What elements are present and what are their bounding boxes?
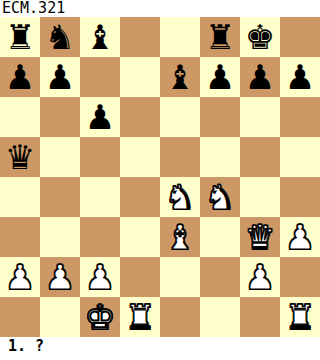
puzzle-id-label: ECM.321 [2, 0, 65, 16]
square-c5[interactable] [80, 137, 120, 177]
square-g7[interactable]: ♟ [240, 57, 280, 97]
square-a1[interactable] [0, 297, 40, 337]
square-d5[interactable] [120, 137, 160, 177]
square-b3[interactable] [40, 217, 80, 257]
square-h3[interactable]: ♟ [280, 217, 320, 257]
square-g1[interactable] [240, 297, 280, 337]
square-a4[interactable] [0, 177, 40, 217]
white-bishop-piece[interactable]: ♝ [165, 217, 195, 257]
square-h5[interactable] [280, 137, 320, 177]
square-h6[interactable] [280, 97, 320, 137]
white-pawn-piece[interactable]: ♟ [85, 257, 115, 297]
white-knight-piece[interactable]: ♞ [165, 177, 195, 217]
square-f2[interactable] [200, 257, 240, 297]
square-g2[interactable]: ♟ [240, 257, 280, 297]
square-d7[interactable] [120, 57, 160, 97]
square-h7[interactable]: ♟ [280, 57, 320, 97]
square-c2[interactable]: ♟ [80, 257, 120, 297]
square-a3[interactable] [0, 217, 40, 257]
black-pawn-piece[interactable]: ♟ [45, 57, 75, 97]
square-c7[interactable] [80, 57, 120, 97]
black-pawn-piece[interactable]: ♟ [285, 57, 315, 97]
square-e2[interactable] [160, 257, 200, 297]
white-pawn-piece[interactable]: ♟ [45, 257, 75, 297]
square-b1[interactable] [40, 297, 80, 337]
black-rook-piece[interactable]: ♜ [5, 17, 35, 57]
square-d1[interactable]: ♜ [120, 297, 160, 337]
black-pawn-piece[interactable]: ♟ [5, 57, 35, 97]
square-h1[interactable]: ♜ [280, 297, 320, 337]
black-queen-piece[interactable]: ♛ [5, 137, 35, 177]
square-e5[interactable] [160, 137, 200, 177]
square-d4[interactable] [120, 177, 160, 217]
square-g5[interactable] [240, 137, 280, 177]
move-prompt: 1. ? [8, 337, 44, 355]
white-pawn-piece[interactable]: ♟ [245, 257, 275, 297]
square-b8[interactable]: ♞ [40, 17, 80, 57]
white-knight-piece[interactable]: ♞ [205, 177, 235, 217]
black-bishop-piece[interactable]: ♝ [85, 17, 115, 57]
square-d2[interactable] [120, 257, 160, 297]
square-c6[interactable]: ♟ [80, 97, 120, 137]
black-knight-piece[interactable]: ♞ [45, 17, 75, 57]
square-a7[interactable]: ♟ [0, 57, 40, 97]
chess-puzzle-window: ECM.321 ♜♞♝♜♚♟♟♝♟♟♟♟♛♞♞♝♛♟♟♟♟♟♚♜♜ 1. ? [0, 0, 320, 360]
white-pawn-piece[interactable]: ♟ [5, 257, 35, 297]
square-a5[interactable]: ♛ [0, 137, 40, 177]
square-a2[interactable]: ♟ [0, 257, 40, 297]
square-e6[interactable] [160, 97, 200, 137]
square-b7[interactable]: ♟ [40, 57, 80, 97]
square-d3[interactable] [120, 217, 160, 257]
square-f8[interactable]: ♜ [200, 17, 240, 57]
white-king-piece[interactable]: ♚ [85, 297, 115, 337]
square-e7[interactable]: ♝ [160, 57, 200, 97]
square-f3[interactable] [200, 217, 240, 257]
black-king-piece[interactable]: ♚ [245, 17, 275, 57]
square-e3[interactable]: ♝ [160, 217, 200, 257]
square-a8[interactable]: ♜ [0, 17, 40, 57]
white-pawn-piece[interactable]: ♟ [285, 217, 315, 257]
black-pawn-piece[interactable]: ♟ [205, 57, 235, 97]
square-e8[interactable] [160, 17, 200, 57]
black-pawn-piece[interactable]: ♟ [245, 57, 275, 97]
black-pawn-piece[interactable]: ♟ [85, 97, 115, 137]
square-g6[interactable] [240, 97, 280, 137]
square-b2[interactable]: ♟ [40, 257, 80, 297]
square-e4[interactable]: ♞ [160, 177, 200, 217]
square-c4[interactable] [80, 177, 120, 217]
square-h2[interactable] [280, 257, 320, 297]
square-g3[interactable]: ♛ [240, 217, 280, 257]
white-rook-piece[interactable]: ♜ [125, 297, 155, 337]
square-d8[interactable] [120, 17, 160, 57]
square-c3[interactable] [80, 217, 120, 257]
square-c1[interactable]: ♚ [80, 297, 120, 337]
square-e1[interactable] [160, 297, 200, 337]
square-h8[interactable] [280, 17, 320, 57]
square-d6[interactable] [120, 97, 160, 137]
square-g4[interactable] [240, 177, 280, 217]
black-bishop-piece[interactable]: ♝ [165, 57, 195, 97]
square-g8[interactable]: ♚ [240, 17, 280, 57]
chess-board: ♜♞♝♜♚♟♟♝♟♟♟♟♛♞♞♝♛♟♟♟♟♟♚♜♜ [0, 17, 320, 337]
square-a6[interactable] [0, 97, 40, 137]
square-b5[interactable] [40, 137, 80, 177]
square-f1[interactable] [200, 297, 240, 337]
white-rook-piece[interactable]: ♜ [285, 297, 315, 337]
square-f5[interactable] [200, 137, 240, 177]
black-rook-piece[interactable]: ♜ [205, 17, 235, 57]
square-c8[interactable]: ♝ [80, 17, 120, 57]
square-h4[interactable] [280, 177, 320, 217]
square-f7[interactable]: ♟ [200, 57, 240, 97]
square-f6[interactable] [200, 97, 240, 137]
white-queen-piece[interactable]: ♛ [245, 217, 275, 257]
square-b4[interactable] [40, 177, 80, 217]
square-b6[interactable] [40, 97, 80, 137]
square-f4[interactable]: ♞ [200, 177, 240, 217]
